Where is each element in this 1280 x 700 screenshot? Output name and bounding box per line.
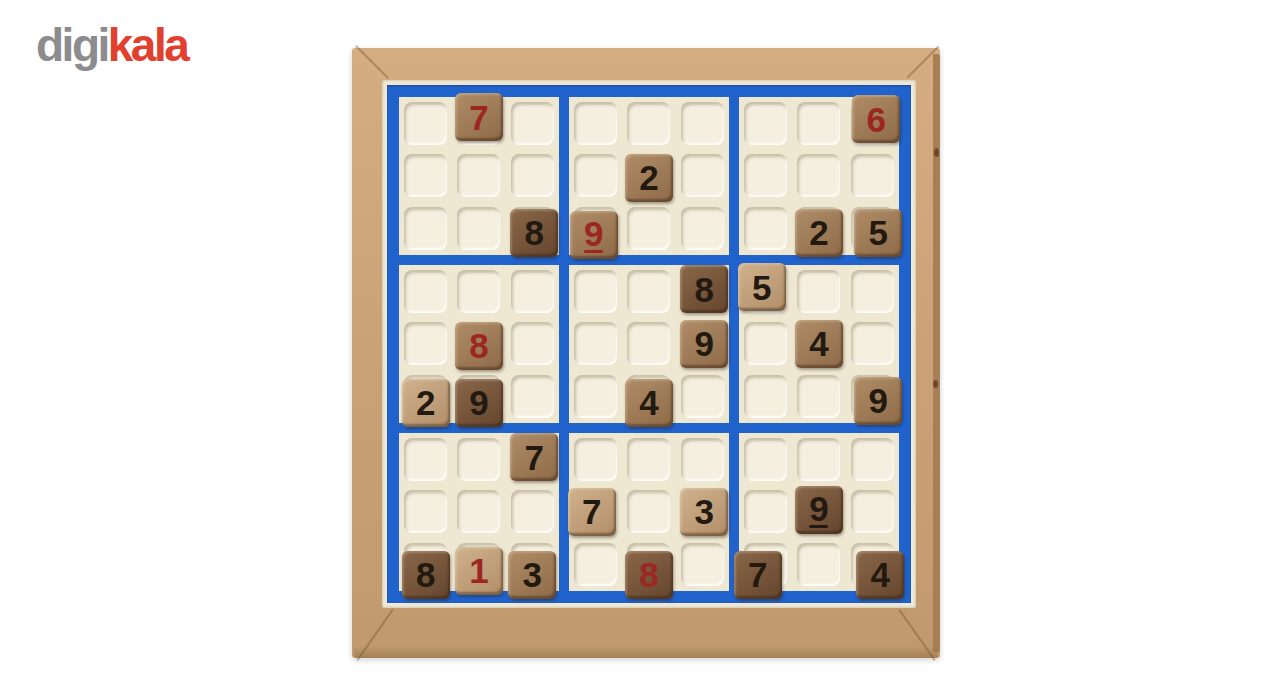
cell-r5c3 [506,318,559,371]
cell-r4c9 [846,265,899,318]
cell-recess [744,154,787,197]
cell-recess [627,207,670,250]
cell-recess [574,270,617,313]
cell-recess [511,375,554,418]
tile-r4c6-8: 8 [680,265,728,313]
cell-r1c6 [676,97,729,150]
tile-r1c9-6: 6 [852,95,900,143]
cell-r1c5 [622,97,675,150]
cell-r5c1 [399,318,452,371]
cell-recess [627,438,670,481]
tile-r5c2-8: 8 [455,322,503,370]
cell-r3c5 [622,202,675,255]
cell-r9c2: 1 [452,538,505,591]
tile-r1c2-7: 7 [455,93,503,141]
cell-recess [511,270,554,313]
cell-recess [457,154,500,197]
cell-r5c4 [569,318,622,371]
tile-number: 9 [809,491,828,528]
cell-recess [681,375,724,418]
wood-knot [933,380,938,388]
sudoku-box-4: 829 [399,265,559,423]
cell-recess [574,154,617,197]
frame-bottom-edge [354,646,938,658]
cell-r9c3: 3 [506,538,559,591]
cell-recess [851,490,894,533]
sudoku-box-6: 549 [739,265,899,423]
cell-recess [457,270,500,313]
cell-r2c9 [846,150,899,203]
cell-r7c1 [399,433,452,486]
cell-recess [797,102,840,145]
cell-r1c7 [739,97,792,150]
cell-r4c7: 5 [739,265,792,318]
cell-recess [797,375,840,418]
product-photo-page: digikala 78296258298945497813738974 [0,0,1280,700]
tile-number: 8 [416,557,435,592]
cell-r7c2 [452,433,505,486]
tile-number: 2 [639,160,658,195]
cell-recess [627,490,670,533]
cell-recess [797,543,840,586]
tile-number: 6 [867,102,886,137]
cell-r3c7 [739,202,792,255]
tile-r5c8-4: 4 [795,320,843,368]
cell-r9c5: 8 [622,538,675,591]
tile-r6c9-9: 9 [854,377,902,425]
sudoku-box-5: 894 [569,265,729,423]
cell-r5c5 [622,318,675,371]
cell-r3c1 [399,202,452,255]
tile-number: 4 [639,385,658,420]
digikala-logo[interactable]: digikala [36,22,187,68]
cell-r1c3 [506,97,559,150]
cell-r6c8 [792,370,845,423]
cell-r3c6 [676,202,729,255]
cell-recess [574,543,617,586]
tile-number: 2 [809,215,828,250]
cell-r3c9: 5 [846,202,899,255]
cell-r8c4: 7 [569,486,622,539]
cell-r8c3 [506,486,559,539]
cell-r3c8: 2 [792,202,845,255]
tile-number: 7 [469,100,488,135]
tile-number: 9 [869,383,888,418]
tile-r4c7-5: 5 [738,263,786,311]
cell-r8c2 [452,486,505,539]
cell-recess [851,438,894,481]
tile-number: 4 [871,557,890,592]
logo-text-gray: digi [36,19,108,71]
sudoku-board: 78296258298945497813738974 [352,48,940,658]
cell-r5c6: 9 [676,318,729,371]
tile-number: 8 [639,557,658,592]
logo-text-red: kala [108,19,188,71]
tile-number: 8 [469,328,488,363]
sudoku-box-7: 7813 [399,433,559,591]
cell-r5c9 [846,318,899,371]
cell-r6c2: 9 [452,370,505,423]
tile-r3c3-8: 8 [510,209,558,257]
blue-grid-frame: 78296258298945497813738974 [387,85,911,603]
cell-r7c3: 7 [506,433,559,486]
tile-r6c1-2: 2 [402,379,450,427]
cell-recess [457,207,500,250]
tile-number: 3 [523,557,542,592]
cell-recess [627,322,670,365]
cell-r8c7 [739,486,792,539]
cell-recess [511,102,554,145]
cell-r6c9: 9 [846,370,899,423]
cell-r5c7 [739,318,792,371]
cell-recess [681,438,724,481]
tile-number: 3 [695,494,714,529]
cell-r9c6 [676,538,729,591]
cell-r2c8 [792,150,845,203]
cell-r2c5: 2 [622,150,675,203]
cell-recess [681,154,724,197]
cell-recess [404,154,447,197]
tile-number: 4 [809,326,828,361]
cell-recess [457,438,500,481]
tile-r7c3-7: 7 [510,433,558,481]
cell-recess [627,102,670,145]
tile-r8c8-9: 9 [795,486,843,534]
sudoku-box-8: 738 [569,433,729,591]
cell-r3c4: 9 [569,202,622,255]
cell-r8c6: 3 [676,486,729,539]
cell-recess [744,490,787,533]
tile-r3c9-5: 5 [854,209,902,257]
cell-recess [404,270,447,313]
tile-r3c4-9: 9 [570,211,618,259]
cell-r7c7 [739,433,792,486]
cell-recess [574,102,617,145]
frame-side-edge [933,54,940,652]
tile-r6c2-9: 9 [455,379,503,427]
cell-r8c9 [846,486,899,539]
cell-recess [627,270,670,313]
tile-number: 7 [525,440,544,475]
cell-r1c4 [569,97,622,150]
cell-r6c5: 4 [622,370,675,423]
tile-number: 5 [869,215,888,250]
cell-r4c5 [622,265,675,318]
cell-r3c3: 8 [506,202,559,255]
tile-r8c6-3: 3 [680,488,728,536]
cell-r6c3 [506,370,559,423]
sudoku-box-2: 29 [569,97,729,255]
cell-r2c2 [452,150,505,203]
cell-r7c6 [676,433,729,486]
tile-r3c8-2: 2 [795,209,843,257]
cell-r4c6: 8 [676,265,729,318]
tile-number: 8 [695,272,714,307]
cell-recess [511,154,554,197]
cell-recess [404,207,447,250]
cell-recess [681,102,724,145]
cell-recess [404,102,447,145]
cell-recess [404,322,447,365]
cell-recess [744,102,787,145]
tile-number: 9 [695,326,714,361]
board-inner-margin: 78296258298945497813738974 [382,80,916,608]
cell-recess [681,543,724,586]
tile-r9c1-8: 8 [402,551,450,599]
tile-number: 7 [582,494,601,529]
cell-r8c8: 9 [792,486,845,539]
cell-recess [511,322,554,365]
tile-r9c9-4: 4 [856,551,904,599]
cell-r1c1 [399,97,452,150]
cell-r7c8 [792,433,845,486]
cell-r5c2: 8 [452,318,505,371]
cell-r9c4 [569,538,622,591]
tile-r8c4-7: 7 [568,488,616,536]
tile-number: 8 [525,215,544,250]
cell-r4c4 [569,265,622,318]
cell-r1c8 [792,97,845,150]
cell-recess [681,207,724,250]
cell-recess [797,154,840,197]
cell-r6c7 [739,370,792,423]
cell-recess [404,490,447,533]
cell-r9c9: 4 [846,538,899,591]
cell-r9c7: 7 [739,538,792,591]
cell-r2c1 [399,150,452,203]
tile-r9c7-7: 7 [734,551,782,599]
tile-r9c2-1: 1 [455,547,503,595]
tile-number: 2 [416,385,435,420]
cell-recess [574,322,617,365]
cell-recess [574,438,617,481]
cell-recess [511,490,554,533]
tile-number: 9 [469,385,488,420]
tile-number: 1 [469,553,488,588]
cell-r8c5 [622,486,675,539]
sudoku-box-1: 78 [399,97,559,255]
tile-r6c5-4: 4 [625,379,673,427]
tile-r2c5-2: 2 [625,154,673,202]
tile-number: 9 [584,216,603,253]
cell-r4c8 [792,265,845,318]
tile-r9c3-3: 3 [508,551,556,599]
cell-r2c7 [739,150,792,203]
cell-r6c6 [676,370,729,423]
cell-recess [744,375,787,418]
tile-number: 7 [748,557,767,592]
cell-r3c2 [452,202,505,255]
cell-r4c3 [506,265,559,318]
cell-r6c1: 2 [399,370,452,423]
cell-r4c2 [452,265,505,318]
cell-r7c4 [569,433,622,486]
cell-r5c8: 4 [792,318,845,371]
cell-recess [744,438,787,481]
tile-number: 5 [752,270,771,305]
cell-r9c1: 8 [399,538,452,591]
cell-recess [851,322,894,365]
sudoku-box-3: 625 [739,97,899,255]
cell-recess [797,270,840,313]
cell-r7c9 [846,433,899,486]
cell-recess [797,438,840,481]
cell-r4c1 [399,265,452,318]
cell-r2c6 [676,150,729,203]
cell-recess [851,270,894,313]
cell-r1c9: 6 [846,97,899,150]
tile-r5c6-9: 9 [680,320,728,368]
cell-recess [404,438,447,481]
cell-recess [574,375,617,418]
cell-r1c2: 7 [452,97,505,150]
tile-r9c5-8: 8 [625,551,673,599]
cell-recess [851,154,894,197]
cell-recess [457,490,500,533]
frame-miter-top-left [355,45,389,79]
wood-knot [934,148,939,157]
sudoku-box-9: 974 [739,433,899,591]
cell-r8c1 [399,486,452,539]
cell-r2c4 [569,150,622,203]
cell-r7c5 [622,433,675,486]
cell-r2c3 [506,150,559,203]
cell-r9c8 [792,538,845,591]
cell-recess [744,207,787,250]
cell-r6c4 [569,370,622,423]
cell-recess [744,322,787,365]
